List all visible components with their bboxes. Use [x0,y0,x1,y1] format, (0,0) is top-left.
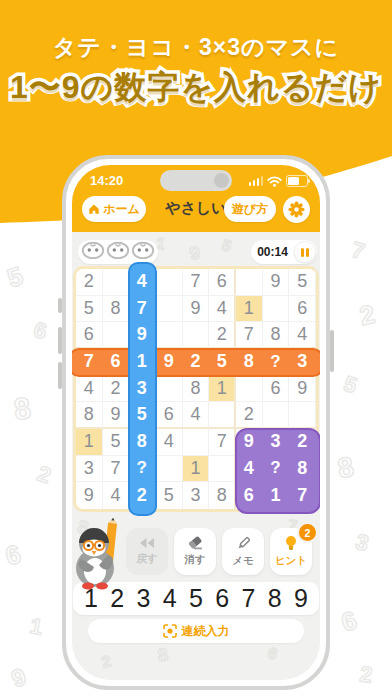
cell-value: 9 [164,351,174,372]
sudoku-board: 24769558794166927847619258?3423816989564… [73,266,319,512]
sudoku-cell-r5c4[interactable] [156,376,183,403]
sudoku-cell-r1c9[interactable]: 5 [289,269,316,296]
cell-value: 2 [110,378,120,399]
front-camera [214,173,229,188]
power-button [330,330,334,372]
cell-value: 5 [84,298,94,319]
hint-label: ヒント [275,554,307,568]
sudoku-cell-r6c7[interactable]: 2 [236,402,263,429]
cell-value: 8 [84,404,94,425]
cell-value: 8 [137,431,147,452]
sudoku-cell-r9c2[interactable]: 4 [103,482,130,509]
bulb-icon [284,535,298,551]
sudoku-cell-r7c5[interactable] [183,429,210,456]
sudoku-cell-r3c2[interactable] [103,322,130,349]
how-to-play-label: 遊び方 [232,201,268,218]
cell-value: 6 [110,351,120,372]
status-icons [249,175,309,187]
cell-value: 9 [270,271,280,292]
cell-value: 9 [84,485,94,506]
sudoku-cell-r1c4[interactable] [156,269,183,296]
sudoku-cell-r5c1[interactable]: 4 [76,376,103,403]
life-penguin-face-icon [131,241,155,263]
sudoku-cell-r5c2[interactable]: 2 [103,376,130,403]
sudoku-cell-r5c6[interactable]: 1 [209,376,236,403]
sudoku-cell-r9c4[interactable]: 5 [156,482,183,509]
cell-value: 3 [84,458,94,479]
cell-value: 2 [190,351,200,372]
cell-value: 7 [217,431,227,452]
continuous-input-label: 連続入力 [182,623,230,640]
app-page: 56826197258362 タテ・ヨコ・3×3のマスに 1〜9の数字を入れるだ… [0,0,392,696]
numpad-8[interactable]: 8 [268,582,282,615]
cell-value: 5 [164,485,174,506]
sudoku-cell-r1c1[interactable]: 2 [76,269,103,296]
cell-value: 6 [270,378,280,399]
sudoku-cell-r7c6[interactable]: 7 [209,429,236,456]
sudoku-cell-r9c5[interactable]: 3 [183,482,210,509]
sudoku-cell-r9c1[interactable]: 9 [76,482,103,509]
sudoku-cell-r6c9[interactable] [289,402,316,429]
sudoku-cell-r2c2[interactable]: 8 [103,296,130,323]
cell-value: 7 [244,324,254,345]
cell-value: 2 [297,431,307,452]
status-time: 14:20 [90,173,123,188]
numpad-9[interactable]: 9 [294,582,308,615]
lives-indicator [78,240,158,264]
cell-value: 5 [217,351,227,372]
cell-value: 4 [110,485,120,506]
sudoku-cell-r3c6[interactable]: 2 [209,322,236,349]
cell-value: 8 [110,298,120,319]
cell-value: 2 [137,485,147,506]
sudoku-cell-r1c7[interactable] [236,269,263,296]
sudoku-cell-r7c2[interactable]: 5 [103,429,130,456]
sudoku-cell-r7c4[interactable]: 4 [156,429,183,456]
cell-value: 8 [190,378,200,399]
cell-value: 1 [137,351,147,372]
penguin-mascot [72,517,140,591]
sudoku-cell-r9c6[interactable]: 8 [209,482,236,509]
phone-mockup: 6195788627 14:20 [62,155,330,690]
cell-value: 6 [244,485,254,506]
cell-value: 8 [244,351,254,372]
sudoku-cell-r3c9[interactable]: 4 [289,322,316,349]
wifi-icon [267,176,282,187]
cell-value: ? [270,352,280,372]
cell-value: 7 [110,458,120,479]
cell-value: 1 [270,485,280,506]
hero-tagline-2: 1〜9の数字を入れるだけ [0,66,392,110]
cell-value: 7 [137,298,147,319]
gear-icon [288,201,305,218]
sudoku-cell-r1c6[interactable]: 6 [209,269,236,296]
hint-count-badge: 2 [297,522,318,543]
cell-value: 3 [270,431,280,452]
sudoku-cell-r8c1[interactable]: 3 [76,456,103,483]
battery-icon [286,175,308,187]
cell-value: 5 [110,431,120,452]
sudoku-cell-r2c1[interactable]: 5 [76,296,103,323]
sudoku-cell-r6c5[interactable]: 4 [183,402,210,429]
sudoku-cell-r2c7[interactable]: 1 [236,296,263,323]
numpad-4[interactable]: 4 [163,582,177,615]
sudoku-cell-r5c7[interactable] [236,376,263,403]
cell-value: 6 [164,404,174,425]
cell-value: 1 [244,298,254,319]
cell-value: 9 [190,298,200,319]
cell-value: 1 [217,378,227,399]
life-penguin-face-icon [106,241,130,263]
screen-header: 14:20 [72,165,320,232]
sudoku-cell-r6c6[interactable] [209,402,236,429]
cell-value: 9 [110,404,120,425]
sudoku-cell-r6c4[interactable]: 6 [156,402,183,429]
numpad-5[interactable]: 5 [189,582,203,615]
cell-value: 8 [217,485,227,506]
sudoku-cell-r7c1[interactable]: 1 [76,429,103,456]
cell-value: 2 [84,271,94,292]
cell-value: 2 [244,404,254,425]
cell-value: 4 [297,324,307,345]
pencil-icon [236,536,251,551]
continuous-input-icon [163,624,177,638]
cell-value: 6 [217,271,227,292]
sudoku-cell-r1c2[interactable] [103,269,130,296]
cell-value: 2 [217,324,227,345]
life-penguin-face-icon [81,241,105,263]
sudoku-cell-r6c2[interactable]: 9 [103,402,130,429]
cell-value: 8 [297,458,307,479]
sudoku-cell-r2c9[interactable]: 6 [289,296,316,323]
settings-button[interactable] [283,196,310,223]
hero-tagline-1: タテ・ヨコ・3×3のマスに [0,32,392,63]
cell-value: 9 [244,431,254,452]
cell-value: ? [270,458,280,478]
sudoku-cell-r8c4[interactable] [156,456,183,483]
cell-value: 9 [297,378,307,399]
how-to-play-button[interactable]: 遊び方 [224,196,276,222]
sudoku-cell-r6c8[interactable] [263,402,290,429]
cell-value: 1 [84,431,94,452]
cell-value: 5 [137,404,147,425]
sudoku-cell-r5c5[interactable]: 8 [183,376,210,403]
sudoku-cell-r3c1[interactable]: 6 [76,322,103,349]
cell-value: 4 [217,298,227,319]
cell-value: 4 [244,458,254,479]
cell-value: 6 [297,298,307,319]
sudoku-cell-r3c8[interactable]: 8 [263,322,290,349]
timer: 00:14 [251,240,317,264]
cell-value: 7 [84,351,94,372]
cell-value: 3 [137,378,147,399]
sudoku-cell-r8c2[interactable]: 7 [103,456,130,483]
eraser-icon [186,536,204,550]
cell-value: 4 [190,404,200,425]
cell-value: 3 [297,351,307,372]
cell-value: 4 [164,431,174,452]
dynamic-island [160,170,232,191]
sudoku-cell-r2c6[interactable]: 4 [209,296,236,323]
memo-label: メモ [232,554,254,568]
pause-icon [301,248,304,257]
cell-value: ? [136,458,146,478]
cell-value: 9 [137,324,147,345]
cell-value: 1 [190,458,200,479]
sudoku-cell-r3c5[interactable] [183,322,210,349]
erase-label: 消す [184,553,205,567]
sudoku-cell-r3c7[interactable]: 7 [236,322,263,349]
continuous-input-button[interactable]: 連続入力 [88,619,304,643]
pause-icon [306,248,309,257]
memo-button[interactable]: メモ [222,528,264,575]
cell-value: 5 [297,271,307,292]
sudoku-cell-r8c5[interactable]: 1 [183,456,210,483]
numpad-6[interactable]: 6 [215,582,229,615]
cell-value: 6 [84,324,94,345]
sudoku-cell-r3c4[interactable] [156,322,183,349]
nav-bar: ホーム やさしい 遊び方 [72,196,320,224]
app-screen: 6195788627 14:20 [72,165,320,680]
sudoku-cell-r5c9[interactable]: 9 [289,376,316,403]
cell-value: 4 [84,378,94,399]
cell-value: 3 [190,485,200,506]
hint-button[interactable]: 2 ヒント [270,528,312,575]
sudoku-cell-r2c5[interactable]: 9 [183,296,210,323]
signal-icon [249,176,264,186]
numpad-7[interactable]: 7 [242,582,256,615]
cell-value: 8 [270,324,280,345]
sudoku-cell-r1c5[interactable]: 7 [183,269,210,296]
sudoku-cell-r1c8[interactable]: 9 [263,269,290,296]
erase-button[interactable]: 消す [174,528,216,575]
undo-icon [138,537,156,549]
sudoku-cell-r5c8[interactable]: 6 [263,376,290,403]
timer-value: 00:14 [251,245,294,259]
sudoku-cell-r8c6[interactable] [209,456,236,483]
cell-value: 7 [297,485,307,506]
pause-button[interactable] [294,241,316,263]
cell-value: 7 [190,271,200,292]
sudoku-cell-r2c8[interactable] [263,296,290,323]
cell-value: 4 [137,271,147,292]
sudoku-cell-r2c4[interactable] [156,296,183,323]
sudoku-cell-r6c1[interactable]: 8 [76,402,103,429]
